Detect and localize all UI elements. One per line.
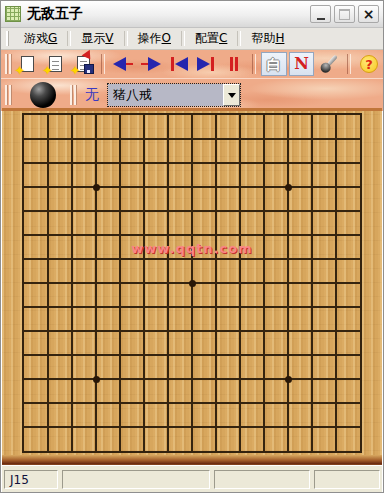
menu-help[interactable]: 帮助H [242, 28, 293, 50]
watermark-text: www.qqtn.com [131, 241, 252, 256]
menu-view[interactable]: 显示V [72, 28, 122, 50]
board-grid[interactable] [22, 113, 362, 453]
grid-line [335, 115, 337, 451]
status-bar: J15 [2, 465, 382, 492]
toolbar-separator [347, 54, 351, 74]
red-bar-icon [171, 57, 174, 71]
arrow-right-icon [197, 57, 210, 71]
grid-line [239, 115, 241, 451]
maximize-icon [339, 9, 350, 20]
grid-line [263, 115, 265, 451]
help-button[interactable]: ? [356, 52, 382, 76]
combo-dropdown-button[interactable] [223, 84, 240, 106]
menu-game[interactable]: 游戏G [15, 28, 66, 50]
menu-divider [181, 31, 185, 46]
minimize-icon [317, 18, 325, 20]
status-pane [314, 470, 380, 489]
current-stone-indicator[interactable] [30, 82, 56, 108]
pause-bar-icon [235, 57, 238, 71]
open-page-icon [49, 56, 62, 72]
white-label: 白 [267, 57, 281, 71]
grid-line [24, 330, 360, 332]
arrow-right-icon [148, 57, 161, 71]
star-point [93, 376, 100, 383]
menu-divider [124, 31, 128, 46]
save-arrow-icon [81, 50, 94, 62]
grid-line [24, 402, 360, 404]
step-forward-button[interactable] [138, 52, 164, 76]
floppy-disk-icon [84, 64, 94, 74]
grid-line [24, 354, 360, 356]
grid-line [24, 378, 360, 380]
save-game-button[interactable] [70, 52, 96, 76]
window-title: 无敌五子 [27, 5, 307, 23]
menu-bar: 游戏G 显示V 操作O 配置C 帮助H [1, 28, 383, 50]
grid-line [311, 115, 313, 451]
move-number-button[interactable]: N [289, 52, 315, 76]
handicap-label: 无 [85, 86, 99, 104]
star-point [93, 184, 100, 191]
grid-line [287, 115, 289, 451]
open-game-button[interactable] [43, 52, 69, 76]
go-start-button[interactable] [166, 52, 192, 76]
n-label: N [294, 56, 309, 72]
red-dash-icon [141, 63, 148, 65]
menu-divider [237, 31, 241, 46]
minimize-button[interactable] [310, 5, 331, 23]
arrow-left-icon [175, 57, 188, 71]
toolbar-gripper[interactable] [5, 85, 12, 105]
status-coordinate: J15 [4, 470, 58, 489]
toolbar-gripper[interactable] [70, 85, 77, 105]
voice-button[interactable] [316, 52, 342, 76]
go-end-button[interactable] [193, 52, 219, 76]
chevron-down-icon [228, 93, 236, 98]
red-bar-icon [211, 57, 214, 71]
toolbar-separator [252, 54, 256, 74]
board-frame-edge [2, 455, 382, 465]
menu-gripper[interactable] [6, 31, 12, 46]
player-toolbar: 无 猪八戒 [1, 79, 383, 111]
pause-button[interactable] [221, 52, 247, 76]
new-game-button[interactable] [15, 52, 41, 76]
close-button[interactable]: × [358, 5, 379, 23]
question-mark-icon: ? [360, 55, 378, 73]
microphone-icon [314, 48, 345, 79]
app-window: 无敌五子 × 游戏G 显示V 操作O 配置C 帮助H [0, 0, 384, 493]
maximize-button[interactable] [334, 5, 355, 23]
grid-line [24, 426, 360, 428]
star-point [285, 376, 292, 383]
save-page-icon [77, 56, 90, 72]
grid-line [24, 306, 360, 308]
arrow-left-icon [113, 57, 126, 71]
menu-config[interactable]: 配置C [186, 28, 236, 50]
main-toolbar: 白 N ? [1, 50, 383, 79]
status-pane [214, 470, 310, 489]
opponent-value: 猪八戒 [108, 84, 223, 106]
board-area: www.qqtn.com [2, 108, 382, 465]
star-point [285, 184, 292, 191]
menu-divider [67, 31, 71, 46]
title-bar: 无敌五子 × [1, 1, 383, 28]
white-toggle-button[interactable]: 白 [261, 52, 287, 76]
pause-bar-icon [230, 57, 233, 71]
red-dash-icon [126, 63, 133, 65]
close-icon: × [363, 7, 375, 21]
status-pane [62, 470, 210, 489]
star-point [189, 280, 196, 287]
menu-operate[interactable]: 操作O [129, 28, 180, 50]
toolbar-separator [101, 54, 105, 74]
toolbar-gripper[interactable] [5, 54, 12, 74]
new-page-icon [21, 56, 34, 72]
step-back-button[interactable] [110, 52, 136, 76]
grid-line [215, 115, 217, 451]
opponent-combobox[interactable]: 猪八戒 [107, 83, 241, 107]
app-icon[interactable] [5, 6, 21, 22]
